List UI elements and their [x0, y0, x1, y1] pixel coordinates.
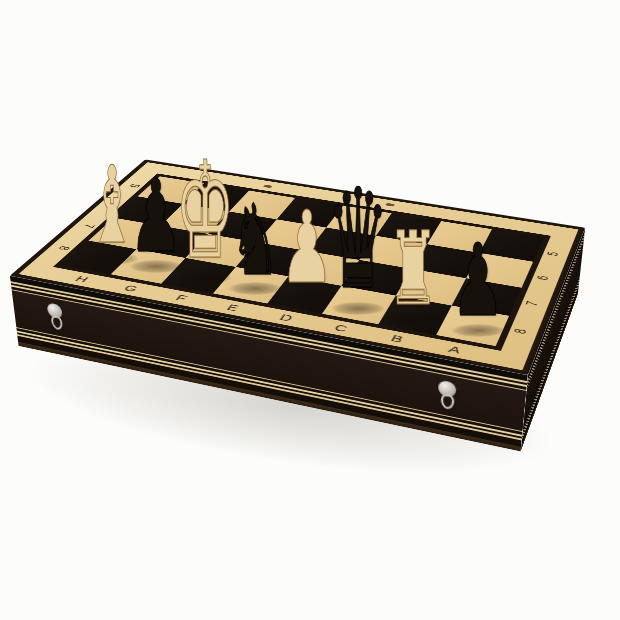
white-rook-b8[interactable]: ♜ — [387, 218, 438, 320]
piece-shadow — [86, 252, 138, 265]
black-knight-e8[interactable]: ♞ — [230, 191, 279, 289]
piece-shadow — [332, 302, 384, 315]
white-king-f8[interactable]: ♚ — [175, 144, 235, 278]
white-pawn-d8[interactable]: ♟ — [280, 198, 334, 298]
piece-shadow — [281, 291, 333, 304]
pieces-layer: ♝♟♚♞♟♛♜♟ — [0, 0, 620, 620]
black-queen-c8[interactable]: ♛ — [327, 171, 389, 309]
piece-shadow — [387, 313, 439, 326]
piece-shadow — [452, 324, 504, 337]
piece-shadow — [130, 260, 182, 273]
piece-shadow — [229, 282, 281, 295]
product-photo-scene: HGFEDCBA88776655 ♝♟♚♞♟♛♜♟ — [0, 0, 620, 620]
black-pawn-a8[interactable]: ♟ — [451, 231, 505, 331]
piece-shadow — [179, 271, 231, 284]
